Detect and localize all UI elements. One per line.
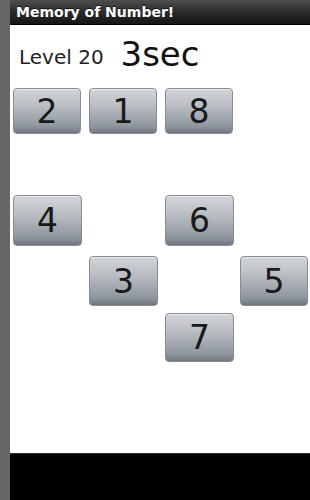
tile-number: 1	[113, 95, 134, 128]
number-tile-4[interactable]: 4	[13, 195, 82, 246]
tile-number: 5	[264, 265, 285, 298]
number-tile-1[interactable]: 1	[89, 88, 157, 134]
number-tile-2[interactable]: 2	[13, 88, 81, 134]
number-tile-3[interactable]: 3	[89, 256, 158, 306]
number-tile-8[interactable]: 8	[165, 88, 233, 134]
app-screen: Memory of Number! Level 20 3sec 21846357	[10, 0, 310, 500]
tile-number: 4	[37, 204, 58, 237]
number-tile-6[interactable]: 6	[165, 195, 234, 246]
tile-number: 6	[189, 204, 210, 237]
tile-number: 3	[113, 265, 134, 298]
number-tile-7[interactable]: 7	[165, 313, 234, 362]
tile-board: 21846357	[10, 0, 310, 453]
tile-number: 2	[37, 95, 58, 128]
ad-banner-bar	[10, 453, 310, 500]
tile-number: 8	[189, 95, 210, 128]
number-tile-5[interactable]: 5	[240, 256, 308, 306]
tile-number: 7	[189, 321, 210, 354]
